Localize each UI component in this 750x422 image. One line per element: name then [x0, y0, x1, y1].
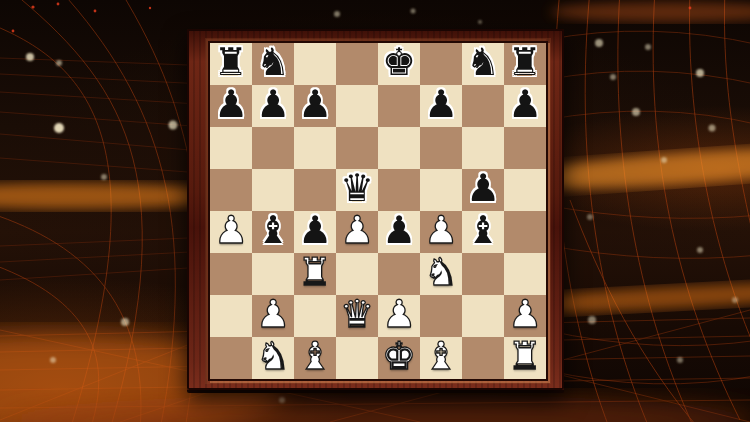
square-c1[interactable]: ♝: [294, 337, 336, 379]
white-bishop[interactable]: ♝: [298, 337, 332, 375]
square-g2[interactable]: [462, 295, 504, 337]
black-king[interactable]: ♚: [382, 43, 416, 81]
white-pawn[interactable]: ♟: [508, 295, 542, 333]
square-h7[interactable]: ♟: [504, 85, 546, 127]
white-knight[interactable]: ♞: [424, 253, 458, 291]
square-f8[interactable]: [420, 43, 462, 85]
black-pawn[interactable]: ♟: [298, 211, 332, 249]
square-e6[interactable]: [378, 127, 420, 169]
square-a2[interactable]: [210, 295, 252, 337]
black-pawn[interactable]: ♟: [298, 85, 332, 123]
square-b8[interactable]: ♞: [252, 43, 294, 85]
square-g5[interactable]: ♟: [462, 169, 504, 211]
white-rook[interactable]: ♜: [298, 253, 332, 291]
square-h2[interactable]: ♟: [504, 295, 546, 337]
white-pawn[interactable]: ♟: [214, 211, 248, 249]
square-h3[interactable]: [504, 253, 546, 295]
square-g4[interactable]: ♝: [462, 211, 504, 253]
square-f3[interactable]: ♞: [420, 253, 462, 295]
white-pawn[interactable]: ♟: [382, 295, 416, 333]
square-h4[interactable]: [504, 211, 546, 253]
black-pawn[interactable]: ♟: [214, 85, 248, 123]
square-d7[interactable]: [336, 85, 378, 127]
square-a4[interactable]: ♟: [210, 211, 252, 253]
square-g7[interactable]: [462, 85, 504, 127]
square-a8[interactable]: ♜: [210, 43, 252, 85]
white-knight[interactable]: ♞: [256, 337, 290, 375]
white-pawn[interactable]: ♟: [340, 211, 374, 249]
black-pawn[interactable]: ♟: [256, 85, 290, 123]
square-f4[interactable]: ♟: [420, 211, 462, 253]
square-e3[interactable]: [378, 253, 420, 295]
square-c8[interactable]: [294, 43, 336, 85]
square-g8[interactable]: ♞: [462, 43, 504, 85]
square-h1[interactable]: ♜: [504, 337, 546, 379]
square-b1[interactable]: ♞: [252, 337, 294, 379]
square-e4[interactable]: ♟: [378, 211, 420, 253]
square-f5[interactable]: [420, 169, 462, 211]
square-a5[interactable]: [210, 169, 252, 211]
white-rook[interactable]: ♜: [508, 337, 542, 375]
square-b3[interactable]: [252, 253, 294, 295]
square-d4[interactable]: ♟: [336, 211, 378, 253]
white-queen[interactable]: ♛: [340, 295, 374, 333]
square-d2[interactable]: ♛: [336, 295, 378, 337]
square-c2[interactable]: [294, 295, 336, 337]
square-e5[interactable]: [378, 169, 420, 211]
square-f2[interactable]: [420, 295, 462, 337]
square-h5[interactable]: [504, 169, 546, 211]
square-c6[interactable]: [294, 127, 336, 169]
black-bishop[interactable]: ♝: [256, 211, 290, 249]
square-g6[interactable]: [462, 127, 504, 169]
square-b2[interactable]: ♟: [252, 295, 294, 337]
square-c3[interactable]: ♜: [294, 253, 336, 295]
square-d5[interactable]: ♛: [336, 169, 378, 211]
square-d6[interactable]: [336, 127, 378, 169]
square-g1[interactable]: [462, 337, 504, 379]
black-rook[interactable]: ♜: [508, 43, 542, 81]
square-b6[interactable]: [252, 127, 294, 169]
chess-board-frame: ♜♞♚♞♜♟♟♟♟♟♛♟♟♝♟♟♟♟♝♜♞♟♛♟♟♞♝♚♝♜: [187, 29, 564, 390]
square-a1[interactable]: [210, 337, 252, 379]
square-e8[interactable]: ♚: [378, 43, 420, 85]
square-f6[interactable]: [420, 127, 462, 169]
black-pawn[interactable]: ♟: [424, 85, 458, 123]
square-e2[interactable]: ♟: [378, 295, 420, 337]
square-a6[interactable]: [210, 127, 252, 169]
square-e7[interactable]: [378, 85, 420, 127]
white-bishop[interactable]: ♝: [424, 337, 458, 375]
square-h6[interactable]: [504, 127, 546, 169]
square-g3[interactable]: [462, 253, 504, 295]
square-d3[interactable]: [336, 253, 378, 295]
white-pawn[interactable]: ♟: [424, 211, 458, 249]
black-pawn[interactable]: ♟: [382, 211, 416, 249]
square-c5[interactable]: [294, 169, 336, 211]
black-pawn[interactable]: ♟: [466, 169, 500, 207]
black-queen[interactable]: ♛: [340, 169, 374, 207]
square-c7[interactable]: ♟: [294, 85, 336, 127]
white-king[interactable]: ♚: [382, 337, 416, 375]
square-a3[interactable]: [210, 253, 252, 295]
black-bishop[interactable]: ♝: [466, 211, 500, 249]
square-h8[interactable]: ♜: [504, 43, 546, 85]
square-a7[interactable]: ♟: [210, 85, 252, 127]
black-rook[interactable]: ♜: [214, 43, 248, 81]
square-b4[interactable]: ♝: [252, 211, 294, 253]
white-pawn[interactable]: ♟: [256, 295, 290, 333]
square-d1[interactable]: [336, 337, 378, 379]
black-knight[interactable]: ♞: [466, 43, 500, 81]
square-e1[interactable]: ♚: [378, 337, 420, 379]
black-pawn[interactable]: ♟: [508, 85, 542, 123]
square-d8[interactable]: [336, 43, 378, 85]
square-f7[interactable]: ♟: [420, 85, 462, 127]
chess-board: ♜♞♚♞♜♟♟♟♟♟♛♟♟♝♟♟♟♟♝♜♞♟♛♟♟♞♝♚♝♜: [208, 41, 548, 381]
square-c4[interactable]: ♟: [294, 211, 336, 253]
square-f1[interactable]: ♝: [420, 337, 462, 379]
square-b5[interactable]: [252, 169, 294, 211]
black-knight[interactable]: ♞: [256, 43, 290, 81]
square-b7[interactable]: ♟: [252, 85, 294, 127]
